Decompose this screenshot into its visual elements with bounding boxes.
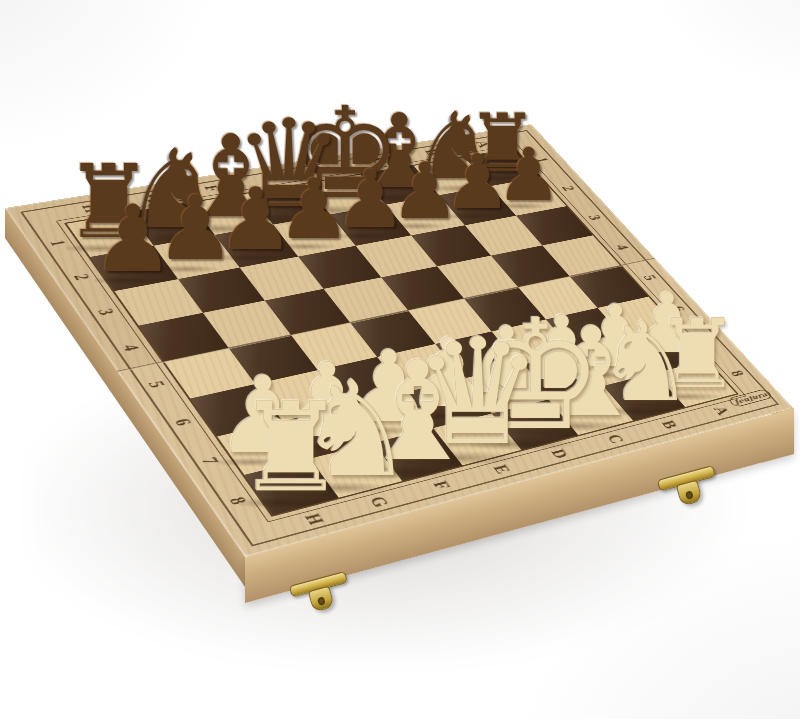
rank-label-left-4: 4 [117, 343, 144, 353]
product-photo-scene: HH11GG22FF33EE44DD55CC66BB77AA88 Jeujura… [0, 0, 800, 719]
rank-label-right-8: 8 [726, 369, 748, 378]
rank-label-right-6: 6 [668, 305, 689, 314]
rank-label-right-3: 3 [584, 214, 605, 222]
rank-label-right-5: 5 [639, 274, 660, 282]
file-label-far-E: E [257, 174, 281, 183]
file-label-near-E: E [488, 463, 514, 476]
file-label-near-H: H [299, 511, 328, 526]
file-label-near-C: C [603, 433, 628, 446]
file-label-far-D: D [313, 165, 337, 174]
file-label-near-A: A [709, 405, 733, 417]
rank-label-left-5: 5 [143, 379, 170, 389]
rank-label-left-6: 6 [169, 417, 196, 428]
file-label-near-B: B [657, 419, 681, 431]
file-label-near-F: F [428, 479, 454, 492]
rank-label-left-1: 1 [45, 239, 71, 248]
file-label-far-F: F [199, 184, 224, 193]
rank-label-left-7: 7 [196, 455, 223, 466]
file-label-near-D: D [546, 447, 572, 460]
rank-label-left-8: 8 [224, 495, 252, 507]
file-label-far-B: B [420, 148, 443, 157]
rank-label-right-2: 2 [558, 185, 579, 192]
file-label-near-G: G [365, 494, 394, 509]
rank-label-right-4: 4 [611, 243, 632, 251]
file-label-far-C: C [368, 156, 392, 165]
file-label-far-A: A [471, 140, 494, 149]
rank-label-right-7: 7 [697, 336, 718, 345]
rank-label-right-1: 1 [532, 156, 553, 163]
file-label-far-G: G [139, 193, 165, 204]
rank-label-left-2: 2 [68, 272, 94, 281]
file-label-far-H: H [77, 203, 104, 214]
rank-label-left-3: 3 [93, 307, 119, 317]
